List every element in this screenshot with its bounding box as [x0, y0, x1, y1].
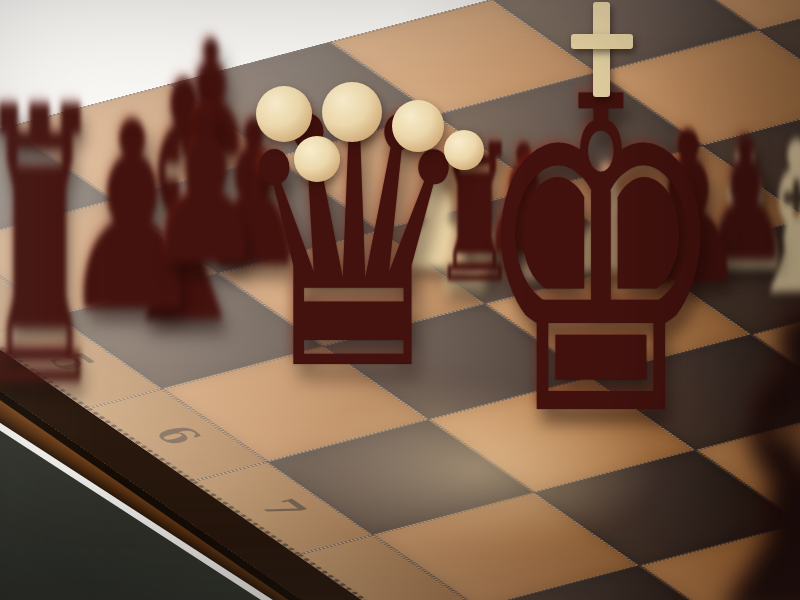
piece-dark-queen: ♛ [228, 60, 480, 420]
piece-dark-bishop: ♝ [640, 260, 800, 600]
rank-label-text: 6 [142, 421, 213, 448]
photo-scene: 567 ♜♝♟♟♟♟♛♜♟♚♟♟♝♟♟♟♝♟♚ [0, 0, 800, 600]
